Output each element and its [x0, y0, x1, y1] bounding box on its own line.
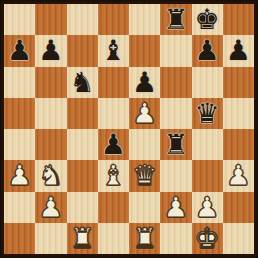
square-e3[interactable]: ♛ [129, 160, 160, 191]
square-d5[interactable] [98, 98, 129, 129]
square-e5[interactable]: ♟ [129, 98, 160, 129]
square-h6[interactable] [223, 67, 254, 98]
square-d3[interactable]: ♝ [98, 160, 129, 191]
square-c3[interactable] [67, 160, 98, 191]
square-e6[interactable]: ♟ [129, 67, 160, 98]
white-pawn-g2[interactable]: ♟ [195, 192, 220, 223]
black-king-g8[interactable]: ♚ [195, 4, 220, 35]
square-d8[interactable] [98, 4, 129, 35]
square-f1[interactable] [160, 223, 191, 254]
square-b8[interactable] [35, 4, 66, 35]
square-d4[interactable]: ♟ [98, 129, 129, 160]
square-b7[interactable]: ♟ [35, 35, 66, 66]
black-pawn-d4[interactable]: ♟ [101, 129, 126, 160]
white-pawn-b2[interactable]: ♟ [38, 192, 63, 223]
white-king-g1[interactable]: ♚ [195, 223, 220, 254]
square-a6[interactable] [4, 67, 35, 98]
square-h2[interactable] [223, 192, 254, 223]
white-pawn-a3[interactable]: ♟ [7, 160, 32, 191]
square-a4[interactable] [4, 129, 35, 160]
square-g7[interactable]: ♟ [192, 35, 223, 66]
square-c5[interactable] [67, 98, 98, 129]
white-rook-c1[interactable]: ♜ [70, 223, 95, 254]
square-f3[interactable] [160, 160, 191, 191]
square-g8[interactable]: ♚ [192, 4, 223, 35]
square-c6[interactable]: ♞ [67, 67, 98, 98]
square-g5[interactable]: ♛ [192, 98, 223, 129]
square-g2[interactable]: ♟ [192, 192, 223, 223]
square-h1[interactable] [223, 223, 254, 254]
square-f6[interactable] [160, 67, 191, 98]
square-b6[interactable] [35, 67, 66, 98]
square-b3[interactable]: ♞ [35, 160, 66, 191]
chess-board-frame: ♜♚♟♟♝♟♟♞♟♟♛♟♜♟♞♝♛♟♟♟♟♜♜♚ [0, 0, 258, 258]
square-g6[interactable] [192, 67, 223, 98]
square-b2[interactable]: ♟ [35, 192, 66, 223]
square-a7[interactable]: ♟ [4, 35, 35, 66]
square-f8[interactable]: ♜ [160, 4, 191, 35]
square-a1[interactable] [4, 223, 35, 254]
square-g1[interactable]: ♚ [192, 223, 223, 254]
square-a5[interactable] [4, 98, 35, 129]
square-c8[interactable] [67, 4, 98, 35]
square-d6[interactable] [98, 67, 129, 98]
black-rook-f4[interactable]: ♜ [163, 129, 188, 160]
square-h4[interactable] [223, 129, 254, 160]
square-a3[interactable]: ♟ [4, 160, 35, 191]
square-d1[interactable] [98, 223, 129, 254]
square-d2[interactable] [98, 192, 129, 223]
square-h8[interactable] [223, 4, 254, 35]
square-f2[interactable]: ♟ [160, 192, 191, 223]
white-knight-b3[interactable]: ♞ [38, 160, 63, 191]
square-h7[interactable]: ♟ [223, 35, 254, 66]
square-a8[interactable] [4, 4, 35, 35]
black-pawn-e6[interactable]: ♟ [132, 67, 157, 98]
white-queen-e3[interactable]: ♛ [132, 160, 157, 191]
square-e1[interactable]: ♜ [129, 223, 160, 254]
square-c7[interactable] [67, 35, 98, 66]
chess-board: ♜♚♟♟♝♟♟♞♟♟♛♟♜♟♞♝♛♟♟♟♟♜♜♚ [4, 4, 254, 254]
square-c1[interactable]: ♜ [67, 223, 98, 254]
black-queen-g5[interactable]: ♛ [195, 98, 220, 129]
square-b1[interactable] [35, 223, 66, 254]
black-pawn-a7[interactable]: ♟ [7, 35, 32, 66]
black-knight-c6[interactable]: ♞ [70, 67, 95, 98]
square-e4[interactable] [129, 129, 160, 160]
black-rook-f8[interactable]: ♜ [163, 4, 188, 35]
square-d7[interactable]: ♝ [98, 35, 129, 66]
square-g4[interactable] [192, 129, 223, 160]
square-h3[interactable]: ♟ [223, 160, 254, 191]
square-e2[interactable] [129, 192, 160, 223]
square-b5[interactable] [35, 98, 66, 129]
square-e8[interactable] [129, 4, 160, 35]
square-f7[interactable] [160, 35, 191, 66]
black-bishop-d7[interactable]: ♝ [101, 35, 126, 66]
white-pawn-h3[interactable]: ♟ [226, 160, 251, 191]
white-pawn-f2[interactable]: ♟ [163, 192, 188, 223]
white-pawn-e5[interactable]: ♟ [132, 98, 157, 129]
black-pawn-h7[interactable]: ♟ [226, 35, 251, 66]
white-rook-e1[interactable]: ♜ [132, 223, 157, 254]
square-f4[interactable]: ♜ [160, 129, 191, 160]
black-pawn-b7[interactable]: ♟ [38, 35, 63, 66]
square-c4[interactable] [67, 129, 98, 160]
black-pawn-g7[interactable]: ♟ [195, 35, 220, 66]
square-a2[interactable] [4, 192, 35, 223]
square-g3[interactable] [192, 160, 223, 191]
white-bishop-d3[interactable]: ♝ [101, 160, 126, 191]
square-c2[interactable] [67, 192, 98, 223]
square-e7[interactable] [129, 35, 160, 66]
square-b4[interactable] [35, 129, 66, 160]
square-f5[interactable] [160, 98, 191, 129]
square-h5[interactable] [223, 98, 254, 129]
